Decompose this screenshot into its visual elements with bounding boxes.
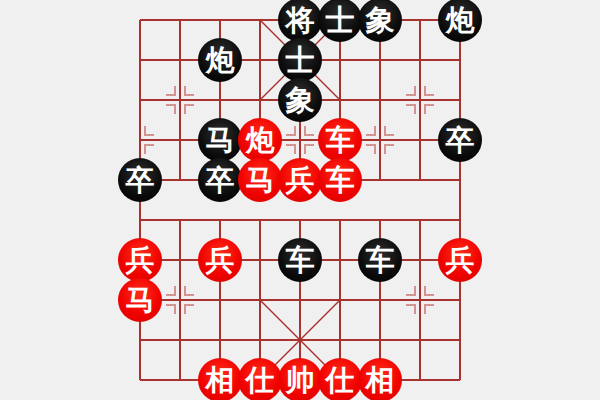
piece-red-general[interactable]: 帅 — [278, 358, 322, 400]
piece-red-soldier[interactable]: 兵 — [278, 158, 322, 202]
board-pieces-layer: 将士象炮炮士象马炮车卒卒卒马兵车兵兵车车兵马相仕帅仕相 — [120, 0, 480, 400]
piece-black-cannon[interactable]: 炮 — [438, 0, 482, 42]
piece-red-advisor[interactable]: 仕 — [318, 358, 362, 400]
piece-black-soldier[interactable]: 卒 — [118, 158, 162, 202]
piece-black-elephant[interactable]: 象 — [278, 78, 322, 122]
xiangqi-screen: 将士象炮炮士象马炮车卒卒卒马兵车兵兵车车兵马相仕帅仕相 — [0, 0, 600, 400]
piece-red-soldier[interactable]: 兵 — [198, 238, 242, 282]
piece-red-soldier[interactable]: 兵 — [438, 238, 482, 282]
piece-red-chariot[interactable]: 车 — [318, 158, 362, 202]
piece-red-horse[interactable]: 马 — [238, 158, 282, 202]
piece-black-soldier[interactable]: 卒 — [198, 158, 242, 202]
piece-black-advisor[interactable]: 士 — [278, 38, 322, 82]
piece-red-horse[interactable]: 马 — [118, 278, 162, 322]
piece-black-chariot[interactable]: 车 — [278, 238, 322, 282]
piece-black-cannon[interactable]: 炮 — [198, 38, 242, 82]
piece-red-elephant[interactable]: 相 — [358, 358, 402, 400]
piece-red-chariot[interactable]: 车 — [318, 118, 362, 162]
piece-red-cannon[interactable]: 炮 — [238, 118, 282, 162]
piece-black-general[interactable]: 将 — [278, 0, 322, 42]
piece-red-elephant[interactable]: 相 — [198, 358, 242, 400]
piece-black-chariot[interactable]: 车 — [358, 238, 402, 282]
piece-red-advisor[interactable]: 仕 — [238, 358, 282, 400]
piece-black-advisor[interactable]: 士 — [318, 0, 362, 42]
piece-black-elephant[interactable]: 象 — [358, 0, 402, 42]
piece-black-horse[interactable]: 马 — [198, 118, 242, 162]
piece-black-soldier[interactable]: 卒 — [438, 118, 482, 162]
piece-red-soldier[interactable]: 兵 — [118, 238, 162, 282]
